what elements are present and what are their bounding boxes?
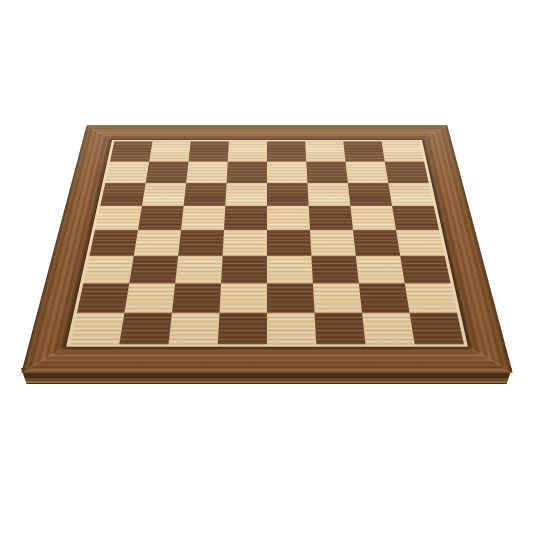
square-c5[interactable] <box>181 206 225 230</box>
square-e2[interactable] <box>267 283 315 312</box>
product-photo <box>0 0 533 533</box>
square-c7[interactable] <box>186 162 228 183</box>
square-e1[interactable] <box>267 313 316 345</box>
square-f1[interactable] <box>315 313 366 345</box>
square-a1[interactable] <box>70 313 124 345</box>
square-c1[interactable] <box>169 313 220 345</box>
square-g4[interactable] <box>353 230 400 256</box>
square-f6[interactable] <box>307 183 350 206</box>
board-grid <box>70 141 464 344</box>
square-g6[interactable] <box>348 183 392 206</box>
square-h8[interactable] <box>381 141 424 161</box>
square-d6[interactable] <box>225 183 267 206</box>
square-h6[interactable] <box>388 183 433 206</box>
square-d5[interactable] <box>224 206 267 230</box>
square-e7[interactable] <box>267 162 307 183</box>
square-h4[interactable] <box>396 230 445 256</box>
square-e6[interactable] <box>267 183 309 206</box>
square-c3[interactable] <box>175 256 222 284</box>
square-d3[interactable] <box>221 256 267 284</box>
square-e3[interactable] <box>267 256 313 284</box>
square-d1[interactable] <box>218 313 267 345</box>
square-e4[interactable] <box>267 230 311 256</box>
square-a5[interactable] <box>95 206 142 230</box>
square-a6[interactable] <box>100 183 145 206</box>
square-d8[interactable] <box>228 141 267 161</box>
square-a3[interactable] <box>83 256 133 284</box>
square-b1[interactable] <box>119 313 172 345</box>
square-d2[interactable] <box>219 283 267 312</box>
square-a2[interactable] <box>77 283 129 312</box>
square-f5[interactable] <box>309 206 353 230</box>
square-g2[interactable] <box>359 283 410 312</box>
square-h2[interactable] <box>405 283 457 312</box>
square-g1[interactable] <box>362 313 415 345</box>
square-f7[interactable] <box>306 162 348 183</box>
square-f4[interactable] <box>310 230 356 256</box>
square-d7[interactable] <box>227 162 267 183</box>
square-b8[interactable] <box>149 141 190 161</box>
square-f2[interactable] <box>313 283 362 312</box>
square-e8[interactable] <box>267 141 306 161</box>
square-g7[interactable] <box>346 162 389 183</box>
square-b7[interactable] <box>146 162 189 183</box>
square-f8[interactable] <box>305 141 345 161</box>
square-d4[interactable] <box>223 230 267 256</box>
square-g3[interactable] <box>356 256 405 284</box>
maple-inlay-border <box>66 140 468 347</box>
square-c4[interactable] <box>178 230 224 256</box>
square-g8[interactable] <box>343 141 384 161</box>
square-c6[interactable] <box>184 183 227 206</box>
chessboard <box>21 125 512 372</box>
square-b3[interactable] <box>129 256 178 284</box>
square-a8[interactable] <box>110 141 153 161</box>
square-h3[interactable] <box>400 256 450 284</box>
square-b4[interactable] <box>134 230 181 256</box>
square-g5[interactable] <box>350 206 396 230</box>
square-b5[interactable] <box>138 206 184 230</box>
square-c8[interactable] <box>188 141 228 161</box>
square-h7[interactable] <box>385 162 429 183</box>
square-a7[interactable] <box>105 162 149 183</box>
square-c2[interactable] <box>172 283 221 312</box>
square-h5[interactable] <box>392 206 439 230</box>
square-h1[interactable] <box>410 313 464 345</box>
square-f3[interactable] <box>311 256 358 284</box>
square-e5[interactable] <box>267 206 310 230</box>
square-b6[interactable] <box>142 183 186 206</box>
square-b2[interactable] <box>124 283 175 312</box>
square-a4[interactable] <box>89 230 138 256</box>
